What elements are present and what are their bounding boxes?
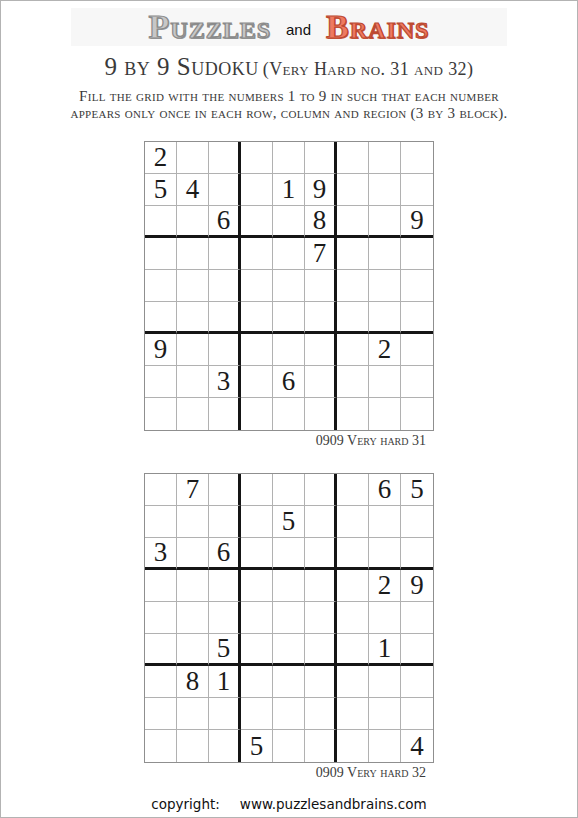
puzzle1-cell-r6c8 — [369, 302, 401, 334]
puzzle2-cell-r4c3 — [209, 570, 241, 602]
puzzle2-cell-r7c7 — [337, 666, 369, 698]
puzzle2-cell-r9c8 — [369, 730, 401, 762]
puzzle2-cell-r3c5 — [273, 538, 305, 570]
puzzle1-cell-r8c8 — [369, 366, 401, 398]
puzzle2-cell-r6c8: 1 — [369, 634, 401, 666]
puzzle2-cell-r7c9 — [401, 666, 433, 698]
logo-word-puzzles: Puzzles — [149, 10, 271, 44]
puzzle1-cell-r1c3 — [209, 142, 241, 174]
puzzle1-cell-r4c1 — [145, 238, 177, 270]
puzzle2-cell-r6c1 — [145, 634, 177, 666]
puzzle1-cell-r5c2 — [177, 270, 209, 302]
puzzle1-cell-r5c5 — [273, 270, 305, 302]
puzzle2-cell-r5c9 — [401, 602, 433, 634]
puzzle1-cell-r5c3 — [209, 270, 241, 302]
puzzle1-cell-r5c1 — [145, 270, 177, 302]
puzzle1-cell-r2c9 — [401, 174, 433, 206]
puzzle2-cell-r6c6 — [305, 634, 337, 666]
puzzle2-cell-r1c7 — [337, 474, 369, 506]
puzzle1-cell-r2c7 — [337, 174, 369, 206]
puzzle1-cell-r3c8 — [369, 206, 401, 238]
puzzle2-cell-r1c4 — [241, 474, 273, 506]
puzzle2-cell-r3c2 — [177, 538, 209, 570]
puzzle1-cell-r3c4 — [241, 206, 273, 238]
puzzle1-cell-r2c5: 1 — [273, 174, 305, 206]
puzzle1-cell-r8c6 — [305, 366, 337, 398]
logo-word-brains: Brains — [326, 10, 429, 44]
sudoku-grid-31: 2541968979236 — [144, 141, 434, 431]
puzzle2-cell-r5c4 — [241, 602, 273, 634]
puzzle1-cell-r8c1 — [145, 366, 177, 398]
puzzle1-cell-r8c9 — [401, 366, 433, 398]
puzzle1-cell-r9c8 — [369, 398, 401, 430]
puzzle1-cell-r9c4 — [241, 398, 273, 430]
puzzle1-cell-r7c2 — [177, 334, 209, 366]
puzzle2-cell-r2c3 — [209, 506, 241, 538]
puzzle2-cell-r2c7 — [337, 506, 369, 538]
page-title: 9 by 9 Sudoku (Very Hard no. 31 and 32) — [1, 54, 577, 83]
puzzle2-cell-r2c6 — [305, 506, 337, 538]
puzzle2-cell-r7c2: 8 — [177, 666, 209, 698]
puzzle2-cell-r8c5 — [273, 698, 305, 730]
puzzle2-cell-r9c5 — [273, 730, 305, 762]
puzzle1-cell-r2c8 — [369, 174, 401, 206]
puzzle2-cell-r2c9 — [401, 506, 433, 538]
puzzle2-cell-r1c6 — [305, 474, 337, 506]
puzzle1-cell-r4c2 — [177, 238, 209, 270]
puzzle1-cell-r2c4 — [241, 174, 273, 206]
page-title-main: 9 by 9 Sudoku — [105, 53, 259, 80]
puzzle2-cell-r6c5 — [273, 634, 305, 666]
puzzle1-cell-r1c5 — [273, 142, 305, 174]
puzzle1-cell-r1c8 — [369, 142, 401, 174]
puzzle2-cell-r9c2 — [177, 730, 209, 762]
puzzle2-cell-r7c5 — [273, 666, 305, 698]
puzzle2-cell-r5c3 — [209, 602, 241, 634]
puzzle1-cell-r6c3 — [209, 302, 241, 334]
puzzle1-cell-r1c4 — [241, 142, 273, 174]
puzzle1-cell-r3c9: 9 — [401, 206, 433, 238]
puzzle1-cell-r6c2 — [177, 302, 209, 334]
puzzle1-cell-r2c1: 5 — [145, 174, 177, 206]
puzzle1-cell-r5c7 — [337, 270, 369, 302]
puzzle1-cell-r8c5: 6 — [273, 366, 305, 398]
puzzle2-cell-r8c1 — [145, 698, 177, 730]
puzzle2-cell-r9c3 — [209, 730, 241, 762]
puzzle2-cell-r9c7 — [337, 730, 369, 762]
site-url: www.puzzlesandbrains.com — [240, 796, 427, 812]
puzzle2-cell-r4c1 — [145, 570, 177, 602]
puzzle1-cell-r9c2 — [177, 398, 209, 430]
footer: copyright: www.puzzlesandbrains.com — [1, 796, 577, 812]
puzzle2-cell-r5c6 — [305, 602, 337, 634]
puzzle2-cell-r5c7 — [337, 602, 369, 634]
instructions-line-1: Fill the grid with the numbers 1 to 9 in… — [1, 88, 577, 105]
puzzle1-cell-r9c9 — [401, 398, 433, 430]
puzzle2-cell-r3c1: 3 — [145, 538, 177, 570]
puzzle2-cell-r5c8 — [369, 602, 401, 634]
puzzle1-cell-r2c6: 9 — [305, 174, 337, 206]
caption-puzzle-31: 0909 Very hard 31 — [144, 433, 434, 449]
puzzle2-cell-r3c8 — [369, 538, 401, 570]
puzzle2-cell-r9c9: 4 — [401, 730, 433, 762]
site-logo: Puzzles and Brains — [71, 8, 507, 46]
puzzle1-cell-r3c5 — [273, 206, 305, 238]
puzzle1-cell-r9c7 — [337, 398, 369, 430]
puzzle2-cell-r2c8 — [369, 506, 401, 538]
puzzle2-cell-r9c4: 5 — [241, 730, 273, 762]
puzzle1-cell-r4c3 — [209, 238, 241, 270]
puzzle1-cell-r6c7 — [337, 302, 369, 334]
puzzle2-cell-r8c3 — [209, 698, 241, 730]
puzzle2-cell-r5c2 — [177, 602, 209, 634]
puzzle1-cell-r3c7 — [337, 206, 369, 238]
instructions-line-2: appears only once in each row, column an… — [1, 105, 577, 122]
copyright-label: copyright: — [151, 796, 220, 812]
puzzle2-cell-r3c6 — [305, 538, 337, 570]
puzzle1-cell-r6c9 — [401, 302, 433, 334]
puzzle2-cell-r9c6 — [305, 730, 337, 762]
puzzle2-cell-r3c3: 6 — [209, 538, 241, 570]
puzzle2-cell-r6c2 — [177, 634, 209, 666]
instructions: Fill the grid with the numbers 1 to 9 in… — [1, 88, 577, 121]
puzzle2-cell-r4c8: 2 — [369, 570, 401, 602]
puzzle1-cell-r3c6: 8 — [305, 206, 337, 238]
puzzle2-cell-r1c2: 7 — [177, 474, 209, 506]
puzzle2-cell-r4c4 — [241, 570, 273, 602]
puzzle2-cell-r7c3: 1 — [209, 666, 241, 698]
puzzle2-cell-r1c8: 6 — [369, 474, 401, 506]
puzzle1-cell-r4c6: 7 — [305, 238, 337, 270]
puzzle1-cell-r4c8 — [369, 238, 401, 270]
puzzle2-cell-r2c4 — [241, 506, 273, 538]
puzzle2-cell-r4c2 — [177, 570, 209, 602]
puzzle1-cell-r7c8: 2 — [369, 334, 401, 366]
puzzle1-cell-r7c7 — [337, 334, 369, 366]
puzzle1-cell-r6c5 — [273, 302, 305, 334]
puzzle1-cell-r9c6 — [305, 398, 337, 430]
puzzle1-cell-r1c7 — [337, 142, 369, 174]
puzzle1-cell-r5c8 — [369, 270, 401, 302]
puzzle1-cell-r4c5 — [273, 238, 305, 270]
puzzle2-cell-r5c1 — [145, 602, 177, 634]
puzzle2-cell-r8c2 — [177, 698, 209, 730]
puzzle1-cell-r9c5 — [273, 398, 305, 430]
puzzle2-cell-r6c4 — [241, 634, 273, 666]
puzzle2-cell-r4c6 — [305, 570, 337, 602]
puzzle2-cell-r6c7 — [337, 634, 369, 666]
puzzle1-cell-r9c3 — [209, 398, 241, 430]
puzzle2-cell-r2c1 — [145, 506, 177, 538]
puzzle1-cell-r6c4 — [241, 302, 273, 334]
puzzle2-cell-r8c8 — [369, 698, 401, 730]
puzzle2-cell-r2c5: 5 — [273, 506, 305, 538]
puzzle1-cell-r2c2: 4 — [177, 174, 209, 206]
puzzle1-cell-r8c3: 3 — [209, 366, 241, 398]
caption-puzzle-32: 0909 Very hard 32 — [144, 765, 434, 781]
puzzle2-cell-r4c9: 9 — [401, 570, 433, 602]
puzzle2-cell-r3c9 — [401, 538, 433, 570]
puzzle1-cell-r8c4 — [241, 366, 273, 398]
puzzle2-cell-r1c9: 5 — [401, 474, 433, 506]
puzzle1-cell-r7c5 — [273, 334, 305, 366]
puzzle1-cell-r6c6 — [305, 302, 337, 334]
puzzle1-cell-r8c7 — [337, 366, 369, 398]
puzzle2-cell-r2c2 — [177, 506, 209, 538]
puzzle1-cell-r1c9 — [401, 142, 433, 174]
puzzle2-cell-r9c1 — [145, 730, 177, 762]
sudoku-grid-32: 76553629518154 — [144, 473, 434, 763]
puzzle1-cell-r7c1: 9 — [145, 334, 177, 366]
puzzle2-cell-r6c9 — [401, 634, 433, 666]
puzzle2-cell-r7c4 — [241, 666, 273, 698]
puzzle1-cell-r7c9 — [401, 334, 433, 366]
puzzle1-cell-r4c7 — [337, 238, 369, 270]
puzzle2-cell-r5c5 — [273, 602, 305, 634]
puzzle2-cell-r7c6 — [305, 666, 337, 698]
puzzle2-cell-r6c3: 5 — [209, 634, 241, 666]
puzzle1-cell-r1c1: 2 — [145, 142, 177, 174]
puzzle2-cell-r1c5 — [273, 474, 305, 506]
puzzle1-cell-r7c4 — [241, 334, 273, 366]
page-title-sub: (Very Hard no. 31 and 32) — [263, 59, 474, 79]
puzzle-page: Puzzles and Brains 9 by 9 Sudoku (Very H… — [0, 0, 578, 818]
puzzle1-cell-r3c1 — [145, 206, 177, 238]
puzzle1-cell-r6c1 — [145, 302, 177, 334]
puzzle2-cell-r4c7 — [337, 570, 369, 602]
puzzle1-cell-r3c2 — [177, 206, 209, 238]
puzzle2-cell-r8c9 — [401, 698, 433, 730]
puzzle1-cell-r9c1 — [145, 398, 177, 430]
puzzle1-cell-r5c9 — [401, 270, 433, 302]
puzzle1-cell-r1c2 — [177, 142, 209, 174]
puzzle1-cell-r4c9 — [401, 238, 433, 270]
puzzle1-cell-r5c4 — [241, 270, 273, 302]
puzzle1-cell-r8c2 — [177, 366, 209, 398]
puzzle2-cell-r1c3 — [209, 474, 241, 506]
puzzle2-cell-r3c4 — [241, 538, 273, 570]
puzzle1-cell-r1c6 — [305, 142, 337, 174]
puzzle1-cell-r4c4 — [241, 238, 273, 270]
puzzle1-cell-r7c6 — [305, 334, 337, 366]
puzzle1-cell-r5c6 — [305, 270, 337, 302]
puzzle2-cell-r8c6 — [305, 698, 337, 730]
puzzle2-cell-r7c8 — [369, 666, 401, 698]
puzzle2-cell-r7c1 — [145, 666, 177, 698]
puzzle1-cell-r2c3 — [209, 174, 241, 206]
puzzle1-cell-r3c3: 6 — [209, 206, 241, 238]
puzzle2-cell-r1c1 — [145, 474, 177, 506]
puzzle2-cell-r4c5 — [273, 570, 305, 602]
puzzle2-cell-r3c7 — [337, 538, 369, 570]
logo-conjunction: and — [286, 17, 311, 38]
puzzle2-cell-r8c7 — [337, 698, 369, 730]
puzzle1-cell-r7c3 — [209, 334, 241, 366]
puzzle2-cell-r8c4 — [241, 698, 273, 730]
